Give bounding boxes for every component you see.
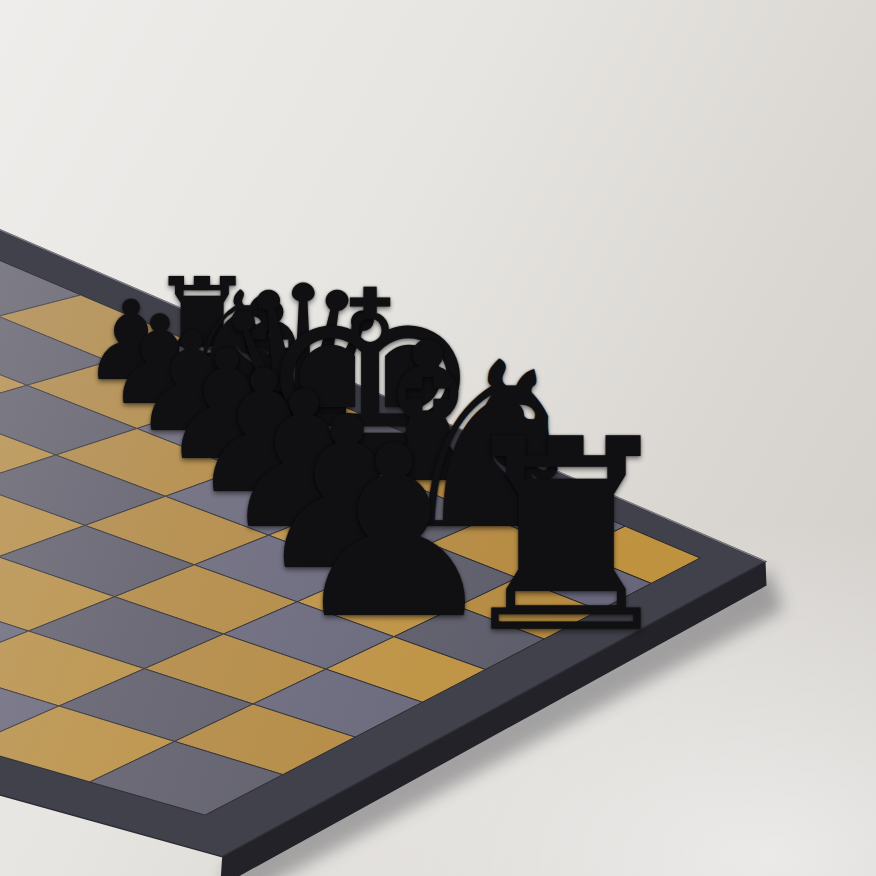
chessboard xyxy=(0,0,876,876)
photo-chess-scene: ♜♟♞♟♝♛♟♚♟♝♟♞♟♟♟♜ xyxy=(0,0,876,876)
depth-haze-overlay xyxy=(0,248,700,815)
